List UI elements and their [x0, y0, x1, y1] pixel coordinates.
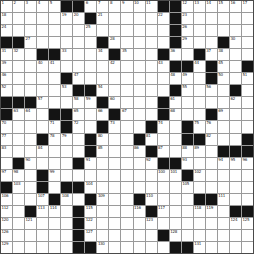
white-cell[interactable]: 93: [182, 158, 193, 169]
white-cell[interactable]: 129: [1, 242, 12, 253]
white-cell[interactable]: [25, 25, 36, 36]
white-cell[interactable]: [25, 73, 36, 84]
white-cell[interactable]: [73, 134, 84, 145]
white-cell[interactable]: [242, 97, 253, 108]
white-cell[interactable]: 73: [109, 121, 120, 132]
white-cell[interactable]: [170, 206, 181, 217]
white-cell[interactable]: [134, 25, 145, 36]
white-cell[interactable]: [73, 194, 84, 205]
white-cell[interactable]: [25, 182, 36, 193]
white-cell[interactable]: [182, 206, 193, 217]
white-cell[interactable]: 63: [13, 109, 24, 120]
white-cell[interactable]: [146, 61, 157, 72]
white-cell[interactable]: [37, 13, 48, 24]
white-cell[interactable]: 27: [25, 37, 36, 48]
white-cell[interactable]: [37, 242, 48, 253]
white-cell[interactable]: [146, 230, 157, 241]
white-cell[interactable]: [194, 73, 205, 84]
white-cell[interactable]: 78: [49, 134, 60, 145]
white-cell[interactable]: [85, 61, 96, 72]
white-cell[interactable]: 83: [1, 146, 12, 157]
white-cell[interactable]: 37: [206, 49, 217, 60]
white-cell[interactable]: [194, 182, 205, 193]
white-cell[interactable]: 60: [109, 97, 120, 108]
white-cell[interactable]: 121: [25, 218, 36, 229]
white-cell[interactable]: [13, 61, 24, 72]
white-cell[interactable]: 103: [13, 182, 24, 193]
white-cell[interactable]: [242, 170, 253, 181]
white-cell[interactable]: 55: [182, 85, 193, 96]
white-cell[interactable]: [158, 134, 169, 145]
white-cell[interactable]: [242, 242, 253, 253]
white-cell[interactable]: [134, 242, 145, 253]
white-cell[interactable]: [194, 97, 205, 108]
white-cell[interactable]: 89: [194, 146, 205, 157]
white-cell[interactable]: [61, 218, 72, 229]
white-cell[interactable]: [109, 242, 120, 253]
white-cell[interactable]: 46: [1, 73, 12, 84]
white-cell[interactable]: 66: [97, 109, 108, 120]
white-cell[interactable]: 69: [218, 109, 229, 120]
white-cell[interactable]: [121, 146, 132, 157]
white-cell[interactable]: 64: [25, 109, 36, 120]
white-cell[interactable]: [158, 73, 169, 84]
white-cell[interactable]: [25, 85, 36, 96]
white-cell[interactable]: [121, 230, 132, 241]
white-cell[interactable]: 131: [194, 242, 205, 253]
white-cell[interactable]: 50: [218, 73, 229, 84]
white-cell[interactable]: [121, 206, 132, 217]
white-cell[interactable]: 81: [146, 134, 157, 145]
white-cell[interactable]: 19: [61, 13, 72, 24]
white-cell[interactable]: [25, 121, 36, 132]
white-cell[interactable]: [134, 85, 145, 96]
white-cell[interactable]: 94: [218, 158, 229, 169]
white-cell[interactable]: [109, 230, 120, 241]
white-cell[interactable]: 88: [182, 146, 193, 157]
white-cell[interactable]: [206, 13, 217, 24]
white-cell[interactable]: [206, 218, 217, 229]
white-cell[interactable]: [230, 25, 241, 36]
white-cell[interactable]: [121, 170, 132, 181]
white-cell[interactable]: [170, 218, 181, 229]
white-cell[interactable]: [97, 182, 108, 193]
white-cell[interactable]: [73, 25, 84, 36]
white-cell[interactable]: [230, 121, 241, 132]
white-cell[interactable]: [85, 73, 96, 84]
white-cell[interactable]: 65: [73, 109, 84, 120]
white-cell[interactable]: [230, 49, 241, 60]
white-cell[interactable]: [170, 194, 181, 205]
white-cell[interactable]: 75: [194, 121, 205, 132]
white-cell[interactable]: 124: [230, 218, 241, 229]
white-cell[interactable]: [206, 182, 217, 193]
white-cell[interactable]: 15: [218, 1, 229, 12]
white-cell[interactable]: [170, 182, 181, 193]
white-cell[interactable]: 32: [13, 49, 24, 60]
white-cell[interactable]: [13, 230, 24, 241]
white-cell[interactable]: 68: [170, 109, 181, 120]
white-cell[interactable]: [121, 13, 132, 24]
white-cell[interactable]: [230, 61, 241, 72]
white-cell[interactable]: [61, 97, 72, 108]
white-cell[interactable]: 118: [194, 206, 205, 217]
white-cell[interactable]: [194, 85, 205, 96]
white-cell[interactable]: 41: [49, 61, 60, 72]
white-cell[interactable]: [61, 242, 72, 253]
white-cell[interactable]: [73, 49, 84, 60]
white-cell[interactable]: [134, 230, 145, 241]
white-cell[interactable]: [37, 37, 48, 48]
white-cell[interactable]: [242, 85, 253, 96]
white-cell[interactable]: 105: [182, 182, 193, 193]
white-cell[interactable]: [134, 182, 145, 193]
white-cell[interactable]: 57: [37, 97, 48, 108]
white-cell[interactable]: 2: [13, 1, 24, 12]
white-cell[interactable]: 71: [49, 121, 60, 132]
white-cell[interactable]: [109, 85, 120, 96]
white-cell[interactable]: [49, 73, 60, 84]
crossword-grid[interactable]: 1234567891011121314151617181920212223242…: [0, 0, 254, 254]
white-cell[interactable]: 17: [242, 1, 253, 12]
white-cell[interactable]: [109, 13, 120, 24]
white-cell[interactable]: [242, 230, 253, 241]
white-cell[interactable]: 117: [158, 206, 169, 217]
white-cell[interactable]: [97, 61, 108, 72]
white-cell[interactable]: [37, 85, 48, 96]
white-cell[interactable]: [85, 37, 96, 48]
white-cell[interactable]: 97: [1, 170, 12, 181]
white-cell[interactable]: [242, 182, 253, 193]
white-cell[interactable]: [206, 25, 217, 36]
white-cell[interactable]: 116: [134, 206, 145, 217]
white-cell[interactable]: [13, 206, 24, 217]
white-cell[interactable]: [206, 37, 217, 48]
white-cell[interactable]: [37, 109, 48, 120]
white-cell[interactable]: [121, 97, 132, 108]
white-cell[interactable]: [182, 109, 193, 120]
white-cell[interactable]: [37, 25, 48, 36]
white-cell[interactable]: 6: [85, 1, 96, 12]
white-cell[interactable]: [37, 158, 48, 169]
white-cell[interactable]: 113: [37, 206, 48, 217]
white-cell[interactable]: [134, 37, 145, 48]
white-cell[interactable]: 107: [37, 194, 48, 205]
white-cell[interactable]: 80: [97, 134, 108, 145]
white-cell[interactable]: [61, 61, 72, 72]
white-cell[interactable]: [230, 73, 241, 84]
white-cell[interactable]: [158, 242, 169, 253]
white-cell[interactable]: 49: [182, 73, 193, 84]
white-cell[interactable]: 128: [170, 230, 181, 241]
white-cell[interactable]: [37, 121, 48, 132]
white-cell[interactable]: [1, 158, 12, 169]
white-cell[interactable]: [134, 121, 145, 132]
white-cell[interactable]: [242, 25, 253, 36]
white-cell[interactable]: [158, 37, 169, 48]
white-cell[interactable]: [25, 13, 36, 24]
white-cell[interactable]: [61, 170, 72, 181]
white-cell[interactable]: [242, 37, 253, 48]
white-cell[interactable]: 5: [49, 1, 60, 12]
white-cell[interactable]: 112: [1, 206, 12, 217]
white-cell[interactable]: 8: [109, 1, 120, 12]
white-cell[interactable]: [85, 170, 96, 181]
white-cell[interactable]: 100: [158, 170, 169, 181]
white-cell[interactable]: [37, 230, 48, 241]
white-cell[interactable]: [182, 218, 193, 229]
white-cell[interactable]: 18: [1, 13, 12, 24]
white-cell[interactable]: 108: [61, 194, 72, 205]
white-cell[interactable]: [121, 121, 132, 132]
white-cell[interactable]: [121, 194, 132, 205]
white-cell[interactable]: 98: [13, 170, 24, 181]
white-cell[interactable]: [25, 134, 36, 145]
white-cell[interactable]: [146, 182, 157, 193]
white-cell[interactable]: [109, 158, 120, 169]
white-cell[interactable]: [182, 230, 193, 241]
white-cell[interactable]: 7: [97, 1, 108, 12]
white-cell[interactable]: [13, 242, 24, 253]
white-cell[interactable]: [61, 158, 72, 169]
white-cell[interactable]: [121, 61, 132, 72]
white-cell[interactable]: [13, 218, 24, 229]
white-cell[interactable]: [25, 49, 36, 60]
white-cell[interactable]: 61: [170, 97, 181, 108]
white-cell[interactable]: [194, 13, 205, 24]
white-cell[interactable]: [170, 134, 181, 145]
white-cell[interactable]: 28: [109, 37, 120, 48]
white-cell[interactable]: [121, 218, 132, 229]
white-cell[interactable]: 59: [85, 97, 96, 108]
white-cell[interactable]: 1: [1, 1, 12, 12]
white-cell[interactable]: [206, 146, 217, 157]
white-cell[interactable]: 74: [158, 121, 169, 132]
white-cell[interactable]: [218, 170, 229, 181]
white-cell[interactable]: [206, 97, 217, 108]
white-cell[interactable]: [49, 242, 60, 253]
white-cell[interactable]: 42: [109, 61, 120, 72]
white-cell[interactable]: [121, 158, 132, 169]
white-cell[interactable]: [97, 230, 108, 241]
white-cell[interactable]: [218, 13, 229, 24]
white-cell[interactable]: 24: [1, 25, 12, 36]
white-cell[interactable]: [242, 49, 253, 60]
white-cell[interactable]: [13, 73, 24, 84]
white-cell[interactable]: [194, 158, 205, 169]
white-cell[interactable]: 106: [1, 194, 12, 205]
white-cell[interactable]: [134, 61, 145, 72]
white-cell[interactable]: [61, 230, 72, 241]
white-cell[interactable]: [37, 73, 48, 84]
white-cell[interactable]: [49, 218, 60, 229]
white-cell[interactable]: [206, 242, 217, 253]
white-cell[interactable]: [158, 85, 169, 96]
white-cell[interactable]: [121, 37, 132, 48]
white-cell[interactable]: 36: [170, 49, 181, 60]
white-cell[interactable]: 76: [206, 121, 217, 132]
white-cell[interactable]: 101: [170, 170, 181, 181]
white-cell[interactable]: [218, 121, 229, 132]
white-cell[interactable]: [121, 25, 132, 36]
white-cell[interactable]: 109: [97, 194, 108, 205]
white-cell[interactable]: 85: [97, 146, 108, 157]
white-cell[interactable]: [146, 97, 157, 108]
white-cell[interactable]: 86: [134, 146, 145, 157]
white-cell[interactable]: [194, 218, 205, 229]
white-cell[interactable]: 30: [230, 37, 241, 48]
white-cell[interactable]: [242, 109, 253, 120]
white-cell[interactable]: [242, 13, 253, 24]
white-cell[interactable]: 48: [170, 73, 181, 84]
white-cell[interactable]: [25, 61, 36, 72]
white-cell[interactable]: 115: [85, 206, 96, 217]
white-cell[interactable]: [73, 61, 84, 72]
white-cell[interactable]: [182, 49, 193, 60]
white-cell[interactable]: [25, 230, 36, 241]
white-cell[interactable]: 70: [1, 121, 12, 132]
white-cell[interactable]: [49, 85, 60, 96]
white-cell[interactable]: [49, 230, 60, 241]
white-cell[interactable]: [218, 242, 229, 253]
white-cell[interactable]: [218, 218, 229, 229]
white-cell[interactable]: 87: [158, 146, 169, 157]
white-cell[interactable]: 125: [242, 218, 253, 229]
white-cell[interactable]: 90: [25, 158, 36, 169]
white-cell[interactable]: 54: [97, 85, 108, 96]
white-cell[interactable]: 119: [206, 206, 217, 217]
white-cell[interactable]: [97, 25, 108, 36]
white-cell[interactable]: 58: [73, 97, 84, 108]
white-cell[interactable]: 13: [194, 1, 205, 12]
white-cell[interactable]: 111: [218, 194, 229, 205]
white-cell[interactable]: [218, 134, 229, 145]
white-cell[interactable]: [218, 206, 229, 217]
white-cell[interactable]: [230, 194, 241, 205]
white-cell[interactable]: [49, 146, 60, 157]
white-cell[interactable]: [97, 218, 108, 229]
white-cell[interactable]: [206, 230, 217, 241]
white-cell[interactable]: [146, 73, 157, 84]
white-cell[interactable]: [109, 194, 120, 205]
white-cell[interactable]: [182, 97, 193, 108]
white-cell[interactable]: [109, 73, 120, 84]
white-cell[interactable]: [134, 170, 145, 181]
white-cell[interactable]: [73, 37, 84, 48]
white-cell[interactable]: [85, 49, 96, 60]
white-cell[interactable]: [109, 25, 120, 36]
white-cell[interactable]: [182, 194, 193, 205]
white-cell[interactable]: 45: [218, 61, 229, 72]
white-cell[interactable]: [242, 194, 253, 205]
white-cell[interactable]: [230, 134, 241, 145]
white-cell[interactable]: [109, 182, 120, 193]
white-cell[interactable]: 34: [97, 49, 108, 60]
white-cell[interactable]: [134, 73, 145, 84]
white-cell[interactable]: [121, 134, 132, 145]
white-cell[interactable]: 84: [37, 146, 48, 157]
white-cell[interactable]: 67: [121, 109, 132, 120]
white-cell[interactable]: [170, 121, 181, 132]
white-cell[interactable]: 12: [182, 1, 193, 12]
white-cell[interactable]: [13, 134, 24, 145]
white-cell[interactable]: [97, 206, 108, 217]
white-cell[interactable]: 79: [61, 134, 72, 145]
white-cell[interactable]: [158, 182, 169, 193]
white-cell[interactable]: [230, 230, 241, 241]
white-cell[interactable]: 39: [1, 61, 12, 72]
white-cell[interactable]: 25: [85, 25, 96, 36]
white-cell[interactable]: 16: [230, 1, 241, 12]
white-cell[interactable]: 38: [218, 49, 229, 60]
white-cell[interactable]: [121, 73, 132, 84]
white-cell[interactable]: [61, 25, 72, 36]
white-cell[interactable]: 127: [85, 230, 96, 241]
white-cell[interactable]: [25, 194, 36, 205]
white-cell[interactable]: [230, 182, 241, 193]
white-cell[interactable]: [134, 158, 145, 169]
white-cell[interactable]: 35: [121, 49, 132, 60]
white-cell[interactable]: 126: [1, 230, 12, 241]
white-cell[interactable]: [61, 206, 72, 217]
white-cell[interactable]: [158, 218, 169, 229]
white-cell[interactable]: [146, 85, 157, 96]
white-cell[interactable]: [146, 25, 157, 36]
white-cell[interactable]: [134, 218, 145, 229]
white-cell[interactable]: [73, 146, 84, 157]
white-cell[interactable]: 130: [97, 242, 108, 253]
white-cell[interactable]: [13, 85, 24, 96]
white-cell[interactable]: 51: [242, 73, 253, 84]
white-cell[interactable]: [194, 25, 205, 36]
white-cell[interactable]: [194, 37, 205, 48]
white-cell[interactable]: 4: [37, 1, 48, 12]
white-cell[interactable]: [146, 109, 157, 120]
white-cell[interactable]: 43: [158, 61, 169, 72]
white-cell[interactable]: 26: [182, 25, 193, 36]
white-cell[interactable]: [146, 37, 157, 48]
white-cell[interactable]: 21: [97, 13, 108, 24]
white-cell[interactable]: [97, 73, 108, 84]
white-cell[interactable]: 10: [134, 1, 145, 12]
white-cell[interactable]: [121, 85, 132, 96]
white-cell[interactable]: [194, 109, 205, 120]
white-cell[interactable]: 53: [61, 85, 72, 96]
white-cell[interactable]: [109, 218, 120, 229]
white-cell[interactable]: [230, 242, 241, 253]
white-cell[interactable]: [146, 13, 157, 24]
white-cell[interactable]: 40: [37, 61, 48, 72]
white-cell[interactable]: [13, 25, 24, 36]
white-cell[interactable]: [49, 182, 60, 193]
white-cell[interactable]: [97, 170, 108, 181]
white-cell[interactable]: [134, 97, 145, 108]
white-cell[interactable]: [25, 146, 36, 157]
white-cell[interactable]: 20: [73, 13, 84, 24]
white-cell[interactable]: [121, 242, 132, 253]
white-cell[interactable]: [218, 182, 229, 193]
white-cell[interactable]: [206, 158, 217, 169]
white-cell[interactable]: [146, 242, 157, 253]
white-cell[interactable]: [109, 170, 120, 181]
white-cell[interactable]: [37, 218, 48, 229]
white-cell[interactable]: 77: [1, 134, 12, 145]
white-cell[interactable]: [25, 242, 36, 253]
white-cell[interactable]: [194, 230, 205, 241]
white-cell[interactable]: 11: [146, 1, 157, 12]
white-cell[interactable]: [109, 146, 120, 157]
white-cell[interactable]: [218, 97, 229, 108]
